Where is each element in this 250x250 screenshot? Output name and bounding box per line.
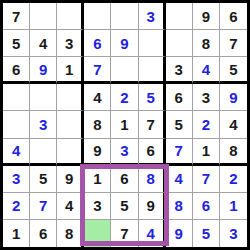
- sudoku-board: 7396543698769173454256393817524493671835…: [0, 0, 250, 250]
- cell-r1c2[interactable]: [30, 3, 57, 30]
- cell-r4c3[interactable]: [57, 84, 84, 111]
- cell-r4c1[interactable]: [3, 84, 30, 111]
- cell-r4c2[interactable]: [30, 84, 57, 111]
- cell-r7c8[interactable]: 7: [193, 166, 220, 193]
- cell-r1c5[interactable]: [111, 3, 138, 30]
- cell-r2c6[interactable]: [139, 30, 166, 57]
- cell-r7c3[interactable]: 9: [57, 166, 84, 193]
- cell-r7c7[interactable]: 4: [166, 166, 193, 193]
- cell-r6c8[interactable]: 1: [193, 139, 220, 166]
- cell-r7c5[interactable]: 6: [111, 166, 138, 193]
- cell-r5c4[interactable]: 8: [84, 111, 111, 138]
- cell-r2c4[interactable]: 6: [84, 30, 111, 57]
- cell-r6c6[interactable]: 6: [139, 139, 166, 166]
- cell-r2c2[interactable]: 4: [30, 30, 57, 57]
- cell-r6c9[interactable]: 8: [220, 139, 247, 166]
- cell-r9c9[interactable]: 3: [220, 220, 247, 247]
- cell-r1c7[interactable]: [166, 3, 193, 30]
- cell-r8c5[interactable]: 5: [111, 193, 138, 220]
- cell-r9c2[interactable]: 6: [30, 220, 57, 247]
- cell-r3c1[interactable]: 6: [3, 57, 30, 84]
- cell-r6c1[interactable]: 4: [3, 139, 30, 166]
- cell-r8c7[interactable]: 8: [166, 193, 193, 220]
- cell-r2c1[interactable]: 5: [3, 30, 30, 57]
- cell-r6c7[interactable]: 7: [166, 139, 193, 166]
- cell-r4c8[interactable]: 3: [193, 84, 220, 111]
- cell-r2c5[interactable]: 9: [111, 30, 138, 57]
- cell-r3c3[interactable]: 1: [57, 57, 84, 84]
- cell-r7c2[interactable]: 5: [30, 166, 57, 193]
- cell-r3c5[interactable]: [111, 57, 138, 84]
- cell-r8c6[interactable]: 9: [139, 193, 166, 220]
- cell-r7c1[interactable]: 3: [3, 166, 30, 193]
- cell-r4c7[interactable]: 6: [166, 84, 193, 111]
- cell-r9c4[interactable]: [84, 220, 111, 247]
- cell-r6c3[interactable]: [57, 139, 84, 166]
- cell-r5c8[interactable]: 2: [193, 111, 220, 138]
- cell-r5c3[interactable]: [57, 111, 84, 138]
- cell-r3c4[interactable]: 7: [84, 57, 111, 84]
- cell-r2c7[interactable]: [166, 30, 193, 57]
- cell-r1c3[interactable]: [57, 3, 84, 30]
- cell-r8c3[interactable]: 4: [57, 193, 84, 220]
- cell-r8c9[interactable]: 1: [220, 193, 247, 220]
- cell-r1c9[interactable]: 6: [220, 3, 247, 30]
- cell-r1c1[interactable]: 7: [3, 3, 30, 30]
- cell-r3c6[interactable]: [139, 57, 166, 84]
- cell-r2c8[interactable]: 8: [193, 30, 220, 57]
- cell-r5c1[interactable]: [3, 111, 30, 138]
- cell-r5c9[interactable]: 4: [220, 111, 247, 138]
- cell-r3c7[interactable]: 3: [166, 57, 193, 84]
- cell-r4c6[interactable]: 5: [139, 84, 166, 111]
- cell-r8c4[interactable]: 3: [84, 193, 111, 220]
- cell-r5c5[interactable]: 1: [111, 111, 138, 138]
- cell-r9c8[interactable]: 5: [193, 220, 220, 247]
- cell-r2c3[interactable]: 3: [57, 30, 84, 57]
- cell-r7c4[interactable]: 1: [84, 166, 111, 193]
- cell-r9c6[interactable]: 4: [139, 220, 166, 247]
- cell-r3c8[interactable]: 4: [193, 57, 220, 84]
- sudoku-grid: 7396543698769173454256393817524493671835…: [3, 3, 247, 247]
- cell-r4c4[interactable]: 4: [84, 84, 111, 111]
- cell-r9c5[interactable]: 7: [111, 220, 138, 247]
- cell-r8c8[interactable]: 6: [193, 193, 220, 220]
- cell-r1c6[interactable]: 3: [139, 3, 166, 30]
- cell-r1c8[interactable]: 9: [193, 3, 220, 30]
- cell-r3c2[interactable]: 9: [30, 57, 57, 84]
- cell-r9c3[interactable]: 8: [57, 220, 84, 247]
- cell-r6c4[interactable]: 9: [84, 139, 111, 166]
- cell-r6c5[interactable]: 3: [111, 139, 138, 166]
- cell-r5c7[interactable]: 5: [166, 111, 193, 138]
- cell-r9c7[interactable]: 9: [166, 220, 193, 247]
- cell-r8c1[interactable]: 2: [3, 193, 30, 220]
- cell-r7c6[interactable]: 8: [139, 166, 166, 193]
- cell-r4c9[interactable]: 9: [220, 84, 247, 111]
- cell-r8c2[interactable]: 7: [30, 193, 57, 220]
- cell-r5c2[interactable]: 3: [30, 111, 57, 138]
- cell-r7c9[interactable]: 2: [220, 166, 247, 193]
- cell-r4c5[interactable]: 2: [111, 84, 138, 111]
- cell-r2c9[interactable]: 7: [220, 30, 247, 57]
- cell-r3c9[interactable]: 5: [220, 57, 247, 84]
- cell-r9c1[interactable]: 1: [3, 220, 30, 247]
- cell-r6c2[interactable]: [30, 139, 57, 166]
- cell-r1c4[interactable]: [84, 3, 111, 30]
- cell-r5c6[interactable]: 7: [139, 111, 166, 138]
